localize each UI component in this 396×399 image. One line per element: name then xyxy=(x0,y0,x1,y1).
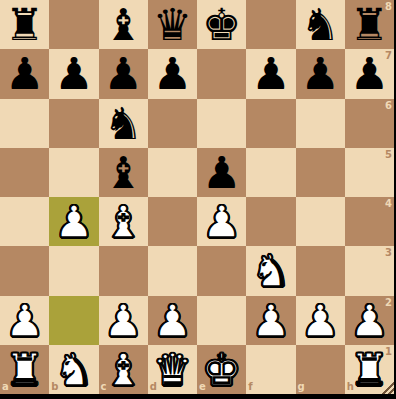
black-bishop-piece[interactable]: ♝ xyxy=(103,148,142,197)
square-f7[interactable]: ♟ xyxy=(246,49,295,98)
square-e1[interactable]: ♚e xyxy=(197,345,246,394)
square-a3[interactable] xyxy=(0,246,49,295)
square-g6[interactable] xyxy=(296,99,345,148)
square-a6[interactable] xyxy=(0,99,49,148)
square-b3[interactable] xyxy=(49,246,98,295)
square-b6[interactable] xyxy=(49,99,98,148)
white-pawn-piece[interactable]: ♟ xyxy=(5,296,44,345)
square-f2[interactable]: ♟ xyxy=(246,296,295,345)
black-pawn-piece[interactable]: ♟ xyxy=(251,49,290,98)
white-rook-piece[interactable]: ♜ xyxy=(350,345,389,394)
black-pawn-piece[interactable]: ♟ xyxy=(5,49,44,98)
black-pawn-piece[interactable]: ♟ xyxy=(300,49,339,98)
square-c4[interactable]: ♝ xyxy=(99,197,148,246)
square-f3[interactable]: ♞ xyxy=(246,246,295,295)
square-g8[interactable]: ♞ xyxy=(296,0,345,49)
square-e7[interactable] xyxy=(197,49,246,98)
square-h5[interactable]: 5 xyxy=(345,148,394,197)
white-knight-piece[interactable]: ♞ xyxy=(54,345,93,394)
square-c1[interactable]: ♝c xyxy=(99,345,148,394)
square-f5[interactable] xyxy=(246,148,295,197)
square-b7[interactable]: ♟ xyxy=(49,49,98,98)
white-bishop-piece[interactable]: ♝ xyxy=(103,345,142,394)
square-e6[interactable] xyxy=(197,99,246,148)
square-c7[interactable]: ♟ xyxy=(99,49,148,98)
square-h4[interactable]: 4 xyxy=(345,197,394,246)
square-h2[interactable]: ♟2 xyxy=(345,296,394,345)
square-d1[interactable]: ♛d xyxy=(148,345,197,394)
square-f1[interactable]: f xyxy=(246,345,295,394)
square-c3[interactable] xyxy=(99,246,148,295)
white-queen-piece[interactable]: ♛ xyxy=(153,345,192,394)
square-f6[interactable] xyxy=(246,99,295,148)
black-king-piece[interactable]: ♚ xyxy=(202,0,241,49)
square-f4[interactable] xyxy=(246,197,295,246)
square-g2[interactable]: ♟ xyxy=(296,296,345,345)
white-pawn-piece[interactable]: ♟ xyxy=(300,296,339,345)
square-d8[interactable]: ♛ xyxy=(148,0,197,49)
white-pawn-piece[interactable]: ♟ xyxy=(54,197,93,246)
black-pawn-piece[interactable]: ♟ xyxy=(350,49,389,98)
square-h6[interactable]: 6 xyxy=(345,99,394,148)
square-e8[interactable]: ♚ xyxy=(197,0,246,49)
black-knight-piece[interactable]: ♞ xyxy=(103,99,142,148)
black-bishop-piece[interactable]: ♝ xyxy=(103,0,142,49)
square-h7[interactable]: ♟7 xyxy=(345,49,394,98)
square-d5[interactable] xyxy=(148,148,197,197)
black-knight-piece[interactable]: ♞ xyxy=(300,0,339,49)
square-e5[interactable]: ♟ xyxy=(197,148,246,197)
square-h1[interactable]: ♜1h xyxy=(345,345,394,394)
square-d6[interactable] xyxy=(148,99,197,148)
white-pawn-piece[interactable]: ♟ xyxy=(350,296,389,345)
file-label-f: f xyxy=(248,382,252,392)
rank-label-6: 6 xyxy=(385,101,392,111)
square-b4[interactable]: ♟ xyxy=(49,197,98,246)
black-pawn-piece[interactable]: ♟ xyxy=(54,49,93,98)
square-g4[interactable] xyxy=(296,197,345,246)
square-d3[interactable] xyxy=(148,246,197,295)
square-a2[interactable]: ♟ xyxy=(0,296,49,345)
square-d7[interactable]: ♟ xyxy=(148,49,197,98)
page-background: { "game": "chess", "position": { "fen": … xyxy=(0,0,396,399)
square-c6[interactable]: ♞ xyxy=(99,99,148,148)
square-g7[interactable]: ♟ xyxy=(296,49,345,98)
black-pawn-piece[interactable]: ♟ xyxy=(153,49,192,98)
square-e4[interactable]: ♟ xyxy=(197,197,246,246)
chess-board: ♜♝♛♚♞♜8♟♟♟♟♟♟♟7♞6♝♟5♟♝♟4♞3♟♟♟♟♟♟2♜a♞b♝c♛… xyxy=(0,0,394,394)
rank-label-3: 3 xyxy=(385,248,392,258)
square-b5[interactable] xyxy=(49,148,98,197)
square-c5[interactable]: ♝ xyxy=(99,148,148,197)
white-rook-piece[interactable]: ♜ xyxy=(5,345,44,394)
file-label-g: g xyxy=(298,382,305,392)
black-rook-piece[interactable]: ♜ xyxy=(350,0,389,49)
square-c8[interactable]: ♝ xyxy=(99,0,148,49)
white-bishop-piece[interactable]: ♝ xyxy=(103,197,142,246)
square-g1[interactable]: g xyxy=(296,345,345,394)
square-b1[interactable]: ♞b xyxy=(49,345,98,394)
square-a8[interactable]: ♜ xyxy=(0,0,49,49)
white-pawn-piece[interactable]: ♟ xyxy=(251,296,290,345)
black-rook-piece[interactable]: ♜ xyxy=(5,0,44,49)
square-a5[interactable] xyxy=(0,148,49,197)
square-d4[interactable] xyxy=(148,197,197,246)
white-king-piece[interactable]: ♚ xyxy=(202,345,241,394)
square-e3[interactable] xyxy=(197,246,246,295)
rank-label-5: 5 xyxy=(385,150,392,160)
square-a7[interactable]: ♟ xyxy=(0,49,49,98)
white-knight-piece[interactable]: ♞ xyxy=(251,246,290,295)
black-pawn-piece[interactable]: ♟ xyxy=(103,49,142,98)
square-a4[interactable] xyxy=(0,197,49,246)
white-pawn-piece[interactable]: ♟ xyxy=(153,296,192,345)
square-b8[interactable] xyxy=(49,0,98,49)
square-g3[interactable] xyxy=(296,246,345,295)
rank-label-4: 4 xyxy=(385,199,392,209)
square-d2[interactable]: ♟ xyxy=(148,296,197,345)
black-queen-piece[interactable]: ♛ xyxy=(153,0,192,49)
square-g5[interactable] xyxy=(296,148,345,197)
square-e2[interactable] xyxy=(197,296,246,345)
white-pawn-piece[interactable]: ♟ xyxy=(202,197,241,246)
black-pawn-piece[interactable]: ♟ xyxy=(202,148,241,197)
square-f8[interactable] xyxy=(246,0,295,49)
square-c2[interactable]: ♟ xyxy=(99,296,148,345)
white-pawn-piece[interactable]: ♟ xyxy=(103,296,142,345)
square-h8[interactable]: ♜8 xyxy=(345,0,394,49)
square-h3[interactable]: 3 xyxy=(345,246,394,295)
square-b2[interactable] xyxy=(49,296,98,345)
square-a1[interactable]: ♜a xyxy=(0,345,49,394)
